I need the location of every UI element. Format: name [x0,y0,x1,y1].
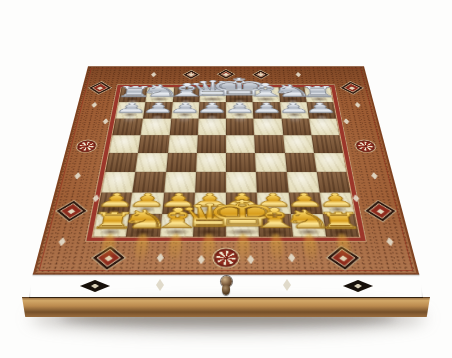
square-d1 [193,214,226,237]
piece-reflection [207,116,218,123]
square-h3 [316,172,350,192]
square-c4 [166,153,197,172]
piece-reflection [235,116,246,123]
square-d3 [195,172,226,192]
square-h1 [323,214,360,237]
chess-set-photo: ♜♞♝♛♚♝♞♜♟♟♟♟♟♟♟♟♟♟♟♟♟♟♟♟♜♞♝♛♚♝♞♜ [0,0,452,358]
square-g2 [288,192,322,214]
square-e3 [226,172,257,192]
board-scene: ♜♞♝♛♚♝♞♜♟♟♟♟♟♟♟♟♟♟♟♟♟♟♟♟♜♞♝♛♚♝♞♜ [65,0,387,314]
square-f4 [255,153,286,172]
square-c1 [159,214,193,237]
square-a1 [93,214,130,237]
square-g1 [290,214,326,237]
square-d4 [196,153,226,172]
silver-rook-glyph: ♜ [277,84,360,99]
square-e1 [226,214,259,237]
board-top-surface: ♜♞♝♛♚♝♞♜♟♟♟♟♟♟♟♟♟♟♟♟♟♟♟♟♜♞♝♛♚♝♞♜ [33,66,419,274]
square-g3 [286,172,319,192]
square-a3 [101,172,135,192]
square-g4 [285,153,317,172]
square-a2 [97,192,132,214]
silver-pawn-glyph: ♟ [278,101,364,115]
square-b3 [133,172,166,192]
square-b2 [129,192,163,214]
square-h2 [319,192,354,214]
square-a4 [105,153,138,172]
piece-reflection [289,116,300,123]
square-b1 [126,214,162,237]
square-c3 [164,172,196,192]
square-f3 [256,172,288,192]
piece-reflection [262,116,273,123]
square-c2 [162,192,195,214]
square-b4 [136,153,168,172]
piece-reflection [317,116,329,123]
square-h4 [314,153,347,172]
square-f1 [258,214,292,237]
square-e4 [226,153,256,172]
